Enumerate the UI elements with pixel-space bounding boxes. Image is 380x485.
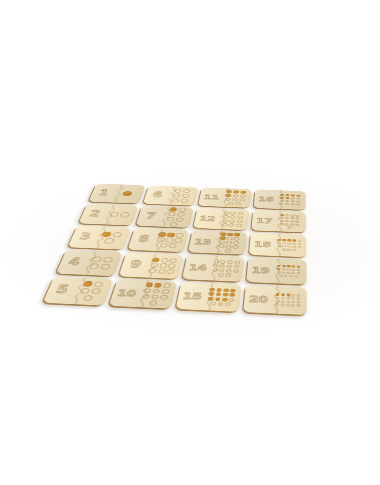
- counting-dot: [167, 233, 175, 238]
- tile-dots-half: [277, 190, 306, 210]
- tile-dots-half: [217, 209, 249, 230]
- counting-dot: [285, 203, 289, 205]
- counting-dot: [183, 189, 191, 193]
- counting-dot: [100, 264, 111, 270]
- tile-number-half: 13: [189, 237, 216, 247]
- counting-dot: [169, 258, 177, 263]
- tile-number-half: 10: [111, 287, 142, 299]
- counting-dot: [93, 281, 104, 287]
- counting-dot: [287, 239, 291, 241]
- puzzle-tile-14[interactable]: 14: [182, 255, 244, 282]
- counting-dot: [297, 301, 301, 303]
- counting-dot: [169, 207, 177, 211]
- counting-dot: [276, 293, 280, 295]
- counting-dot: [232, 198, 238, 201]
- puzzle-tile-16[interactable]: 16: [254, 189, 306, 210]
- counting-dot: [112, 232, 123, 238]
- counting-dot: [297, 269, 300, 271]
- counting-dot: [230, 289, 236, 293]
- tile-dots-half: [275, 233, 307, 257]
- counting-dot: [279, 274, 283, 276]
- counting-dot: [178, 208, 186, 212]
- counting-dot: [285, 220, 289, 222]
- counting-dot: [228, 223, 234, 226]
- counting-dot: [286, 194, 290, 196]
- counting-dot: [290, 220, 294, 222]
- counting-dot: [277, 239, 281, 241]
- counting-dot: [152, 289, 160, 294]
- counting-dot: [220, 236, 226, 239]
- counting-dot: [233, 194, 239, 197]
- puzzle-tile-8[interactable]: 8: [127, 228, 188, 252]
- counting-dot: [174, 238, 182, 243]
- counting-dot: [91, 257, 102, 263]
- counting-dot: [291, 200, 295, 202]
- tile-dots-half: [93, 226, 131, 249]
- counting-dot: [166, 269, 175, 274]
- counting-dot: [277, 245, 281, 247]
- counting-dot: [286, 300, 290, 302]
- counting-dot: [219, 264, 225, 268]
- counting-dot: [225, 198, 231, 201]
- puzzle-tile-1[interactable]: 1: [88, 184, 145, 204]
- counting-dot: [142, 294, 151, 299]
- tile-dots-half: [111, 184, 145, 203]
- tile-dots-half: [204, 283, 242, 312]
- counting-dot: [208, 297, 214, 301]
- counting-dot: [213, 260, 219, 263]
- counting-dot: [290, 217, 294, 219]
- tile-number-half: 19: [247, 265, 274, 276]
- counting-dot: [281, 300, 285, 302]
- puzzle-tile-2[interactable]: 2: [79, 204, 139, 226]
- counting-dot: [109, 212, 120, 217]
- counting-dot: [292, 269, 295, 271]
- counting-dot: [291, 301, 295, 303]
- counting-dot: [181, 194, 189, 198]
- counting-dot: [176, 233, 184, 238]
- tile-dots-half: [102, 204, 138, 225]
- counting-dot: [287, 248, 291, 250]
- puzzle-tile-6[interactable]: 6: [143, 185, 198, 205]
- tile-number-half: 6: [145, 190, 170, 199]
- counting-dot: [282, 265, 285, 267]
- counting-dot: [171, 198, 180, 202]
- counting-dot: [222, 219, 228, 222]
- counting-dot: [287, 265, 290, 267]
- counting-dot: [163, 283, 171, 288]
- counting-dot: [292, 246, 296, 248]
- puzzle-tile-19[interactable]: 19: [246, 257, 306, 284]
- puzzle-tile-7[interactable]: 7: [136, 206, 194, 228]
- counting-dot: [218, 273, 224, 277]
- counting-dot: [237, 212, 243, 215]
- counting-dot: [102, 257, 113, 263]
- counting-dot: [230, 215, 236, 218]
- counting-dot: [233, 245, 239, 249]
- counting-dot: [280, 220, 284, 222]
- counting-dot: [240, 194, 246, 197]
- counting-dot: [209, 292, 215, 296]
- tile-dots-half: [166, 186, 198, 205]
- counting-dot: [291, 197, 295, 199]
- counting-dot: [215, 293, 221, 297]
- counting-dot: [175, 217, 183, 221]
- puzzle-tile-10[interactable]: 10: [109, 279, 178, 309]
- tile-dots-half: [213, 231, 247, 255]
- tile-dots-half: [70, 277, 113, 305]
- counting-dot: [166, 217, 175, 221]
- counting-dot: [226, 190, 232, 193]
- puzzle-tile-11[interactable]: 11: [198, 187, 252, 207]
- counting-dot: [280, 194, 284, 196]
- tile-dots-half: [209, 256, 245, 282]
- counting-dot: [297, 266, 300, 268]
- counting-dot: [289, 275, 293, 277]
- counting-dot: [296, 221, 300, 223]
- counting-dot: [234, 261, 240, 264]
- counting-dot: [226, 194, 232, 197]
- counting-dot: [234, 233, 240, 236]
- counting-dot: [161, 289, 169, 294]
- counting-dot: [280, 217, 284, 219]
- counting-dot: [291, 203, 295, 205]
- counting-dot: [276, 300, 280, 302]
- counting-dot: [236, 220, 242, 223]
- counting-dot: [151, 294, 160, 299]
- tile-dots-half: [82, 251, 123, 276]
- counting-dot: [168, 243, 177, 248]
- counting-dot: [145, 283, 153, 288]
- tile-number-half: 8: [129, 233, 157, 244]
- counting-dot: [209, 288, 215, 292]
- counting-dot: [226, 269, 232, 273]
- counting-dot: [286, 304, 290, 307]
- counting-dot: [298, 243, 302, 245]
- puzzle-tile-9[interactable]: 9: [119, 252, 184, 279]
- counting-dot: [296, 195, 300, 197]
- counting-dot: [233, 190, 239, 193]
- counting-dot: [220, 260, 226, 263]
- counting-dot: [285, 223, 289, 225]
- puzzle-tile-18[interactable]: 18: [249, 232, 306, 257]
- counting-dot: [287, 245, 291, 247]
- counting-dot: [159, 263, 168, 268]
- counting-dot: [281, 294, 285, 296]
- tile-number-half: 9: [121, 258, 151, 271]
- counting-dot: [282, 248, 286, 250]
- counting-dot: [104, 238, 115, 244]
- counting-dot: [227, 237, 233, 240]
- counting-dot: [285, 197, 289, 199]
- counting-dot: [212, 264, 218, 268]
- counting-dot: [220, 232, 226, 235]
- counting-dot: [292, 249, 296, 251]
- counting-dot: [287, 272, 291, 274]
- puzzle-tile-5[interactable]: 5: [42, 276, 113, 305]
- counting-dot: [296, 200, 300, 202]
- counting-dot: [293, 240, 297, 242]
- counting-dot: [233, 265, 239, 269]
- tile-dots-half: [160, 207, 194, 228]
- counting-dot: [226, 241, 232, 244]
- counting-dot: [298, 240, 302, 242]
- tile-dots-half: [272, 286, 307, 315]
- counting-dot: [239, 198, 245, 201]
- counting-dot: [219, 269, 225, 273]
- counting-dot: [291, 194, 295, 196]
- tile-number-half: 11: [199, 193, 223, 201]
- counting-dot: [287, 268, 290, 270]
- counting-dot: [276, 297, 280, 299]
- counting-dot: [233, 241, 239, 244]
- counting-dot: [280, 197, 284, 199]
- counting-dot: [168, 212, 176, 216]
- counting-dot: [296, 197, 300, 199]
- counting-dot: [158, 232, 166, 237]
- counting-dot: [282, 245, 286, 247]
- counting-dot: [165, 238, 173, 243]
- counting-dot: [82, 281, 93, 287]
- counting-dot: [211, 302, 217, 306]
- counting-dot: [237, 216, 243, 219]
- counting-dot: [101, 232, 112, 238]
- counting-dot: [281, 297, 285, 299]
- puzzle-tile-20[interactable]: 20: [243, 285, 307, 315]
- counting-dot: [225, 302, 231, 306]
- counting-dot: [228, 202, 234, 205]
- counting-dot: [225, 249, 231, 253]
- tile-number-half: 7: [137, 211, 164, 221]
- counting-dot: [292, 272, 295, 274]
- counting-dot: [282, 271, 286, 273]
- counting-dot: [148, 268, 157, 273]
- tile-number-half: 17: [252, 216, 277, 225]
- counting-dot: [281, 304, 285, 307]
- tile-dots-half: [153, 229, 189, 252]
- counting-dot: [282, 242, 286, 244]
- puzzle-tile-13[interactable]: 13: [188, 230, 247, 255]
- counting-dot: [180, 198, 188, 202]
- counting-dot: [285, 200, 289, 202]
- tile-dots-half: [221, 188, 252, 208]
- counting-dot: [223, 289, 229, 293]
- tile-number-half: 15: [177, 290, 207, 302]
- counting-dot: [296, 203, 300, 205]
- counting-dot: [230, 212, 236, 215]
- counting-dot: [291, 214, 295, 216]
- counting-dot: [119, 212, 130, 217]
- counting-dot: [82, 295, 94, 302]
- counting-dot: [150, 263, 159, 268]
- counting-dot: [222, 298, 228, 302]
- counting-dot: [291, 294, 295, 296]
- counting-dot: [160, 258, 168, 263]
- tile-dots-half: [137, 280, 178, 309]
- counting-dot: [89, 263, 100, 269]
- counting-dot: [215, 297, 221, 301]
- counting-dot: [285, 217, 289, 219]
- counting-dot: [288, 226, 292, 228]
- counting-dot: [292, 266, 295, 268]
- counting-dot: [221, 223, 227, 226]
- counting-dot: [297, 272, 300, 274]
- counting-dot: [176, 212, 184, 216]
- puzzle-tile-12[interactable]: 12: [193, 208, 249, 230]
- counting-dot: [216, 288, 222, 292]
- counting-dot: [284, 275, 288, 277]
- tile-number-half: 20: [244, 293, 273, 305]
- tile-number-half: 14: [184, 262, 212, 273]
- counting-dot: [294, 275, 298, 277]
- counting-dot: [154, 283, 162, 288]
- tile-number-half: 18: [250, 239, 276, 249]
- counting-dot: [122, 191, 133, 196]
- counting-dot: [229, 298, 235, 302]
- counting-dot: [79, 288, 91, 294]
- counting-dot: [233, 269, 239, 273]
- counting-dot: [291, 304, 295, 307]
- counting-dot: [296, 218, 300, 220]
- counting-dot: [280, 223, 284, 225]
- counting-dot: [235, 202, 241, 205]
- puzzle-tile-17[interactable]: 17: [251, 210, 306, 233]
- counting-dot: [290, 223, 294, 225]
- counting-dot: [227, 233, 233, 236]
- counting-dot: [280, 214, 284, 216]
- counting-dot: [277, 268, 281, 270]
- counting-dot: [226, 265, 232, 269]
- counting-dot: [157, 237, 166, 242]
- counting-dot: [222, 293, 228, 297]
- puzzle-tile-15[interactable]: 15: [176, 282, 242, 312]
- tile-dots-half: [276, 211, 306, 233]
- counting-dot: [236, 224, 242, 227]
- counting-dot: [296, 223, 300, 225]
- counting-dot: [218, 245, 224, 249]
- tile-number-half: 12: [195, 214, 220, 223]
- counting-dot: [277, 265, 281, 267]
- counting-dot: [173, 193, 181, 197]
- counting-dot: [223, 211, 229, 214]
- counting-dot: [286, 297, 290, 299]
- counting-dot: [212, 268, 218, 272]
- counting-dot: [240, 191, 246, 194]
- counting-dot: [219, 241, 225, 244]
- counting-dot: [174, 189, 182, 193]
- counting-dot: [149, 300, 158, 305]
- counting-dot: [285, 214, 289, 216]
- counting-dot: [291, 297, 295, 299]
- tile-dots-half: [145, 253, 183, 279]
- counting-dot: [143, 288, 152, 293]
- counting-dot: [225, 273, 231, 277]
- counting-dot: [296, 215, 300, 217]
- counting-dot: [226, 245, 232, 249]
- puzzle-tile-4[interactable]: 4: [56, 250, 123, 277]
- counting-dot: [297, 304, 301, 307]
- tile-number-half: 16: [254, 195, 278, 203]
- counting-dot: [275, 303, 279, 306]
- counting-dot: [227, 260, 233, 263]
- counting-dot: [223, 215, 229, 218]
- counting-dot: [229, 293, 235, 297]
- counting-dot: [280, 200, 284, 202]
- counting-dot: [282, 268, 286, 270]
- tile-dots-half: [273, 258, 306, 284]
- counting-dot: [298, 246, 302, 248]
- counting-dot: [277, 242, 281, 244]
- counting-dot: [151, 258, 159, 263]
- counting-dot: [218, 302, 224, 306]
- counting-dot: [280, 203, 284, 205]
- counting-dot: [277, 271, 281, 273]
- counting-dot: [282, 239, 286, 241]
- counting-dot: [157, 269, 166, 274]
- counting-dot: [90, 288, 101, 294]
- counting-dot: [229, 219, 235, 222]
- counting-dot: [287, 242, 291, 244]
- counting-dot: [297, 298, 301, 300]
- counting-dot: [286, 294, 290, 296]
- counting-dot: [169, 222, 178, 227]
- counting-dot: [160, 295, 169, 300]
- puzzle-tile-3[interactable]: 3: [68, 226, 131, 250]
- counting-dot: [234, 237, 240, 240]
- counting-dot: [168, 264, 176, 269]
- counting-dot: [297, 294, 301, 296]
- counting-dot: [293, 243, 297, 245]
- counting-dot: [160, 243, 169, 248]
